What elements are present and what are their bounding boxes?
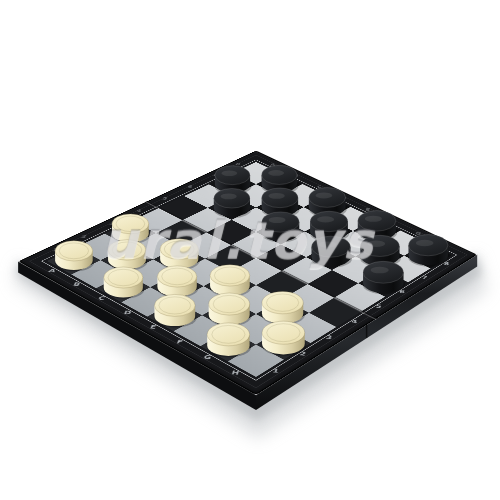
file-label-top-e: E xyxy=(365,208,370,212)
file-label-top-h: H xyxy=(441,244,447,248)
file-label-top-g: G xyxy=(415,232,421,236)
file-label-top-c: C xyxy=(316,185,322,189)
rank-label-6: 6 xyxy=(399,289,405,294)
rank-label-5: 5 xyxy=(376,304,382,309)
checkers-board: AABBCCDDEEFFGGHH8877665544332211 xyxy=(18,151,477,395)
file-label-e: E xyxy=(149,324,157,329)
product-photo: AABBCCDDEEFFGGHH8877665544332211 xyxy=(0,0,500,500)
file-label-top-f: F xyxy=(390,220,395,224)
rank-label-7: 7 xyxy=(422,275,428,280)
file-label-top-b: B xyxy=(293,174,299,177)
file-label-top-a: A xyxy=(269,163,275,166)
file-label-d: D xyxy=(123,310,132,315)
rank-label-8: 8 xyxy=(444,261,450,265)
file-label-top-d: D xyxy=(340,196,346,200)
file-label-g: G xyxy=(203,354,212,360)
file-label-h: H xyxy=(231,370,240,376)
play-area-boundary xyxy=(41,160,457,381)
